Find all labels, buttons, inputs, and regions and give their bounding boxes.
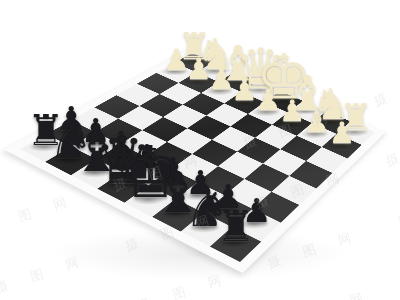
- watermark-glyphs: 摄图网: [384, 120, 400, 169]
- chess-scene: ♜♞♝♛♚♝♞♜♟♟♟♟♟♟♟♟♟♟♟♟♟♟♟♟♜♞♝♛♚♝♞♜ 摄图网摄图网摄…: [0, 0, 400, 300]
- watermark-glyphs: 摄图网: [396, 180, 400, 229]
- watermark-glyphs: 摄图网: [278, 283, 388, 300]
- watermark-glyphs: 摄图网: [372, 60, 400, 109]
